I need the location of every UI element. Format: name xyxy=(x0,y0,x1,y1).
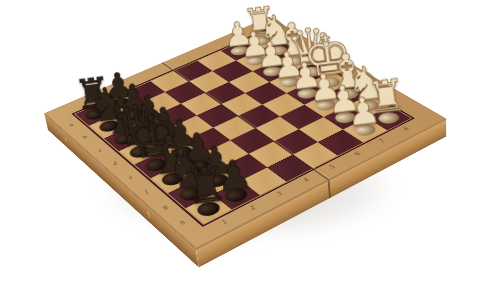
fold-seam-edge xyxy=(328,180,331,198)
square-e5 xyxy=(238,105,280,129)
rank-label: 3 xyxy=(275,191,284,197)
piece-dark-rook: ♜ xyxy=(183,160,231,212)
piece-light-pawn: ♟ xyxy=(344,91,382,132)
rank-label: 7 xyxy=(377,138,386,144)
rank-label: 1 xyxy=(220,219,229,226)
file-label: b xyxy=(82,135,90,140)
file-label: g xyxy=(160,204,169,210)
file-label: c xyxy=(96,148,103,153)
rank-label: 5 xyxy=(328,164,337,170)
chess-board: ♜♟♟♜♞♟♟♞♝♟♟♝♛♟♟♛♚♟♟♚♝♟♟♝♞♟♟♞♜♟♟♜ abcdefg… xyxy=(44,17,446,249)
brass-hinge-pin xyxy=(64,137,67,144)
brass-latch xyxy=(147,210,152,220)
rank-label: 6 xyxy=(353,151,362,157)
photo-scene: ♜♟♟♜♞♟♟♞♝♟♟♝♛♟♟♛♚♟♟♚♝♟♟♝♞♟♟♞♜♟♟♜ abcdefg… xyxy=(0,0,480,296)
rank-label: 4 xyxy=(302,177,311,183)
rank-label: 8 xyxy=(402,126,411,131)
file-label: h xyxy=(178,219,187,226)
file-label: a xyxy=(68,122,75,127)
square-h1: ♜ xyxy=(185,194,232,224)
file-label: f xyxy=(143,189,150,194)
file-label: d xyxy=(111,161,119,167)
file-label: e xyxy=(127,175,135,181)
board-top: ♜♟♟♜♞♟♟♞♝♟♟♝♛♟♟♛♚♟♟♚♝♟♟♝♞♟♟♞♜♟♟♜ abcdefg… xyxy=(44,17,446,249)
rank-label: 2 xyxy=(248,205,257,211)
